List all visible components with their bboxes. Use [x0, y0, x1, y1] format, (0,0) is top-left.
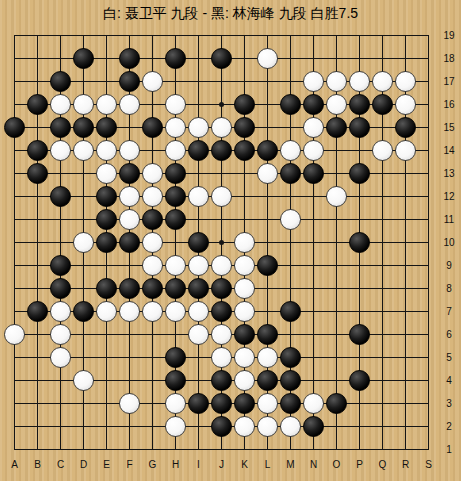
- intersection-O10[interactable]: [325, 231, 348, 254]
- intersection-C13[interactable]: [49, 162, 72, 185]
- intersection-L10[interactable]: [256, 231, 279, 254]
- intersection-O12[interactable]: [325, 185, 348, 208]
- intersection-H3[interactable]: [164, 392, 187, 415]
- intersection-G7[interactable]: [141, 300, 164, 323]
- intersection-D3[interactable]: [72, 392, 95, 415]
- intersection-G16[interactable]: [141, 93, 164, 116]
- intersection-H13[interactable]: [164, 162, 187, 185]
- intersection-I5[interactable]: [187, 346, 210, 369]
- intersection-F2[interactable]: [118, 415, 141, 438]
- intersection-C17[interactable]: [49, 70, 72, 93]
- intersection-Q13[interactable]: [371, 162, 394, 185]
- intersection-E9[interactable]: [95, 254, 118, 277]
- intersection-N6[interactable]: [302, 323, 325, 346]
- intersection-Q18[interactable]: [371, 47, 394, 70]
- intersection-K11[interactable]: [233, 208, 256, 231]
- intersection-P3[interactable]: [348, 392, 371, 415]
- intersection-R14[interactable]: [394, 139, 417, 162]
- intersection-M12[interactable]: [279, 185, 302, 208]
- intersection-P4[interactable]: [348, 369, 371, 392]
- intersection-L4[interactable]: [256, 369, 279, 392]
- intersection-G18[interactable]: [141, 47, 164, 70]
- intersection-N9[interactable]: [302, 254, 325, 277]
- intersection-B8[interactable]: [26, 277, 49, 300]
- intersection-J5[interactable]: [210, 346, 233, 369]
- intersection-G9[interactable]: [141, 254, 164, 277]
- intersection-I3[interactable]: [187, 392, 210, 415]
- intersection-G12[interactable]: [141, 185, 164, 208]
- intersection-J2[interactable]: [210, 415, 233, 438]
- intersection-P12[interactable]: [348, 185, 371, 208]
- intersection-C2[interactable]: [49, 415, 72, 438]
- intersection-L18[interactable]: [256, 47, 279, 70]
- intersection-H9[interactable]: [164, 254, 187, 277]
- intersection-A16[interactable]: [3, 93, 26, 116]
- intersection-R7[interactable]: [394, 300, 417, 323]
- intersection-D2[interactable]: [72, 415, 95, 438]
- intersection-D9[interactable]: [72, 254, 95, 277]
- intersection-R8[interactable]: [394, 277, 417, 300]
- intersection-B11[interactable]: [26, 208, 49, 231]
- intersection-F13[interactable]: [118, 162, 141, 185]
- intersection-D10[interactable]: [72, 231, 95, 254]
- intersection-L8[interactable]: [256, 277, 279, 300]
- intersection-J3[interactable]: [210, 392, 233, 415]
- intersection-F4[interactable]: [118, 369, 141, 392]
- intersection-K6[interactable]: [233, 323, 256, 346]
- intersection-L6[interactable]: [256, 323, 279, 346]
- intersection-I15[interactable]: [187, 116, 210, 139]
- intersection-N12[interactable]: [302, 185, 325, 208]
- intersection-M5[interactable]: [279, 346, 302, 369]
- intersection-H7[interactable]: [164, 300, 187, 323]
- intersection-O15[interactable]: [325, 116, 348, 139]
- intersection-L16[interactable]: [256, 93, 279, 116]
- intersection-R18[interactable]: [394, 47, 417, 70]
- intersection-N15[interactable]: [302, 116, 325, 139]
- intersection-M6[interactable]: [279, 323, 302, 346]
- intersection-F8[interactable]: [118, 277, 141, 300]
- intersection-H11[interactable]: [164, 208, 187, 231]
- intersection-H4[interactable]: [164, 369, 187, 392]
- intersection-E16[interactable]: [95, 93, 118, 116]
- intersection-F11[interactable]: [118, 208, 141, 231]
- intersection-F14[interactable]: [118, 139, 141, 162]
- intersection-Q11[interactable]: [371, 208, 394, 231]
- intersection-A5[interactable]: [3, 346, 26, 369]
- intersection-M19[interactable]: [279, 24, 302, 47]
- intersection-A15[interactable]: [3, 116, 26, 139]
- intersection-E6[interactable]: [95, 323, 118, 346]
- intersection-H8[interactable]: [164, 277, 187, 300]
- intersection-D12[interactable]: [72, 185, 95, 208]
- intersection-B3[interactable]: [26, 392, 49, 415]
- intersection-H19[interactable]: [164, 24, 187, 47]
- intersection-H10[interactable]: [164, 231, 187, 254]
- intersection-E18[interactable]: [95, 47, 118, 70]
- intersection-K3[interactable]: [233, 392, 256, 415]
- intersection-N2[interactable]: [302, 415, 325, 438]
- intersection-P19[interactable]: [348, 24, 371, 47]
- intersection-Q4[interactable]: [371, 369, 394, 392]
- intersection-K8[interactable]: [233, 277, 256, 300]
- intersection-I4[interactable]: [187, 369, 210, 392]
- intersection-Q16[interactable]: [371, 93, 394, 116]
- intersection-O5[interactable]: [325, 346, 348, 369]
- intersection-J11[interactable]: [210, 208, 233, 231]
- intersection-D4[interactable]: [72, 369, 95, 392]
- intersection-I16[interactable]: [187, 93, 210, 116]
- intersection-G14[interactable]: [141, 139, 164, 162]
- intersection-C3[interactable]: [49, 392, 72, 415]
- intersection-M4[interactable]: [279, 369, 302, 392]
- intersection-R16[interactable]: [394, 93, 417, 116]
- intersection-R19[interactable]: [394, 24, 417, 47]
- intersection-R10[interactable]: [394, 231, 417, 254]
- intersection-E2[interactable]: [95, 415, 118, 438]
- intersection-K9[interactable]: [233, 254, 256, 277]
- intersection-A10[interactable]: [3, 231, 26, 254]
- intersection-H14[interactable]: [164, 139, 187, 162]
- intersection-A6[interactable]: [3, 323, 26, 346]
- intersection-I18[interactable]: [187, 47, 210, 70]
- intersection-A2[interactable]: [3, 415, 26, 438]
- intersection-D14[interactable]: [72, 139, 95, 162]
- intersection-G4[interactable]: [141, 369, 164, 392]
- intersection-D8[interactable]: [72, 277, 95, 300]
- intersection-D19[interactable]: [72, 24, 95, 47]
- intersection-I19[interactable]: [187, 24, 210, 47]
- intersection-C8[interactable]: [49, 277, 72, 300]
- intersection-N8[interactable]: [302, 277, 325, 300]
- intersection-O18[interactable]: [325, 47, 348, 70]
- intersection-O8[interactable]: [325, 277, 348, 300]
- intersection-D6[interactable]: [72, 323, 95, 346]
- intersection-D11[interactable]: [72, 208, 95, 231]
- intersection-A11[interactable]: [3, 208, 26, 231]
- intersection-J4[interactable]: [210, 369, 233, 392]
- intersection-I7[interactable]: [187, 300, 210, 323]
- intersection-E12[interactable]: [95, 185, 118, 208]
- intersection-R6[interactable]: [394, 323, 417, 346]
- intersection-Q19[interactable]: [371, 24, 394, 47]
- intersection-Q2[interactable]: [371, 415, 394, 438]
- intersection-D16[interactable]: [72, 93, 95, 116]
- intersection-F6[interactable]: [118, 323, 141, 346]
- intersection-P6[interactable]: [348, 323, 371, 346]
- intersection-M16[interactable]: [279, 93, 302, 116]
- intersection-E14[interactable]: [95, 139, 118, 162]
- intersection-I6[interactable]: [187, 323, 210, 346]
- intersection-E19[interactable]: [95, 24, 118, 47]
- intersection-I12[interactable]: [187, 185, 210, 208]
- intersection-B7[interactable]: [26, 300, 49, 323]
- intersection-G8[interactable]: [141, 277, 164, 300]
- intersection-F12[interactable]: [118, 185, 141, 208]
- intersection-J9[interactable]: [210, 254, 233, 277]
- intersection-A18[interactable]: [3, 47, 26, 70]
- intersection-Q14[interactable]: [371, 139, 394, 162]
- intersection-N13[interactable]: [302, 162, 325, 185]
- intersection-D17[interactable]: [72, 70, 95, 93]
- intersection-B16[interactable]: [26, 93, 49, 116]
- intersection-N18[interactable]: [302, 47, 325, 70]
- intersection-H6[interactable]: [164, 323, 187, 346]
- intersection-H12[interactable]: [164, 185, 187, 208]
- intersection-C9[interactable]: [49, 254, 72, 277]
- intersection-D15[interactable]: [72, 116, 95, 139]
- intersection-C10[interactable]: [49, 231, 72, 254]
- intersection-Q6[interactable]: [371, 323, 394, 346]
- intersection-L3[interactable]: [256, 392, 279, 415]
- intersection-A12[interactable]: [3, 185, 26, 208]
- intersection-E5[interactable]: [95, 346, 118, 369]
- intersection-L17[interactable]: [256, 70, 279, 93]
- intersection-I14[interactable]: [187, 139, 210, 162]
- intersection-E15[interactable]: [95, 116, 118, 139]
- intersection-L11[interactable]: [256, 208, 279, 231]
- intersection-N4[interactable]: [302, 369, 325, 392]
- intersection-C16[interactable]: [49, 93, 72, 116]
- intersection-R12[interactable]: [394, 185, 417, 208]
- intersection-O7[interactable]: [325, 300, 348, 323]
- intersection-E4[interactable]: [95, 369, 118, 392]
- intersection-O14[interactable]: [325, 139, 348, 162]
- intersection-D7[interactable]: [72, 300, 95, 323]
- intersection-J15[interactable]: [210, 116, 233, 139]
- intersection-O4[interactable]: [325, 369, 348, 392]
- intersection-K15[interactable]: [233, 116, 256, 139]
- intersection-R2[interactable]: [394, 415, 417, 438]
- intersection-K18[interactable]: [233, 47, 256, 70]
- intersection-F16[interactable]: [118, 93, 141, 116]
- intersection-M9[interactable]: [279, 254, 302, 277]
- intersection-B10[interactable]: [26, 231, 49, 254]
- intersection-J16[interactable]: [210, 93, 233, 116]
- intersection-L2[interactable]: [256, 415, 279, 438]
- intersection-B4[interactable]: [26, 369, 49, 392]
- intersection-R13[interactable]: [394, 162, 417, 185]
- intersection-O3[interactable]: [325, 392, 348, 415]
- intersection-J10[interactable]: [210, 231, 233, 254]
- intersection-B13[interactable]: [26, 162, 49, 185]
- intersection-H18[interactable]: [164, 47, 187, 70]
- intersection-F17[interactable]: [118, 70, 141, 93]
- intersection-N7[interactable]: [302, 300, 325, 323]
- intersection-N19[interactable]: [302, 24, 325, 47]
- intersection-B18[interactable]: [26, 47, 49, 70]
- intersection-R4[interactable]: [394, 369, 417, 392]
- intersection-B17[interactable]: [26, 70, 49, 93]
- intersection-K13[interactable]: [233, 162, 256, 185]
- intersection-K16[interactable]: [233, 93, 256, 116]
- intersection-P17[interactable]: [348, 70, 371, 93]
- intersection-C6[interactable]: [49, 323, 72, 346]
- intersection-F10[interactable]: [118, 231, 141, 254]
- intersection-P7[interactable]: [348, 300, 371, 323]
- intersection-N16[interactable]: [302, 93, 325, 116]
- intersection-R5[interactable]: [394, 346, 417, 369]
- intersection-M15[interactable]: [279, 116, 302, 139]
- intersection-I17[interactable]: [187, 70, 210, 93]
- intersection-B6[interactable]: [26, 323, 49, 346]
- intersection-A19[interactable]: [3, 24, 26, 47]
- intersection-P9[interactable]: [348, 254, 371, 277]
- intersection-L19[interactable]: [256, 24, 279, 47]
- intersection-G5[interactable]: [141, 346, 164, 369]
- intersection-F3[interactable]: [118, 392, 141, 415]
- intersection-G10[interactable]: [141, 231, 164, 254]
- intersection-P10[interactable]: [348, 231, 371, 254]
- intersection-K4[interactable]: [233, 369, 256, 392]
- intersection-C5[interactable]: [49, 346, 72, 369]
- intersection-I10[interactable]: [187, 231, 210, 254]
- intersection-C12[interactable]: [49, 185, 72, 208]
- intersection-I13[interactable]: [187, 162, 210, 185]
- intersection-Q15[interactable]: [371, 116, 394, 139]
- intersection-L12[interactable]: [256, 185, 279, 208]
- intersection-L7[interactable]: [256, 300, 279, 323]
- intersection-L5[interactable]: [256, 346, 279, 369]
- intersection-C18[interactable]: [49, 47, 72, 70]
- intersection-K17[interactable]: [233, 70, 256, 93]
- intersection-R15[interactable]: [394, 116, 417, 139]
- intersection-N3[interactable]: [302, 392, 325, 415]
- intersection-Q7[interactable]: [371, 300, 394, 323]
- intersection-A7[interactable]: [3, 300, 26, 323]
- intersection-E3[interactable]: [95, 392, 118, 415]
- intersection-J6[interactable]: [210, 323, 233, 346]
- intersection-P5[interactable]: [348, 346, 371, 369]
- intersection-J19[interactable]: [210, 24, 233, 47]
- intersection-G15[interactable]: [141, 116, 164, 139]
- intersection-M7[interactable]: [279, 300, 302, 323]
- intersection-R3[interactable]: [394, 392, 417, 415]
- intersection-E10[interactable]: [95, 231, 118, 254]
- intersection-L13[interactable]: [256, 162, 279, 185]
- intersection-F19[interactable]: [118, 24, 141, 47]
- intersection-P14[interactable]: [348, 139, 371, 162]
- intersection-O16[interactable]: [325, 93, 348, 116]
- intersection-F7[interactable]: [118, 300, 141, 323]
- intersection-K19[interactable]: [233, 24, 256, 47]
- intersection-M18[interactable]: [279, 47, 302, 70]
- intersection-E7[interactable]: [95, 300, 118, 323]
- intersection-Q10[interactable]: [371, 231, 394, 254]
- intersection-Q9[interactable]: [371, 254, 394, 277]
- intersection-C7[interactable]: [49, 300, 72, 323]
- intersection-J13[interactable]: [210, 162, 233, 185]
- intersection-L15[interactable]: [256, 116, 279, 139]
- intersection-K5[interactable]: [233, 346, 256, 369]
- intersection-E17[interactable]: [95, 70, 118, 93]
- intersection-O2[interactable]: [325, 415, 348, 438]
- intersection-C15[interactable]: [49, 116, 72, 139]
- intersection-J7[interactable]: [210, 300, 233, 323]
- intersection-N17[interactable]: [302, 70, 325, 93]
- intersection-P8[interactable]: [348, 277, 371, 300]
- intersection-B15[interactable]: [26, 116, 49, 139]
- intersection-C11[interactable]: [49, 208, 72, 231]
- intersection-N14[interactable]: [302, 139, 325, 162]
- intersection-B14[interactable]: [26, 139, 49, 162]
- intersection-K2[interactable]: [233, 415, 256, 438]
- intersection-K12[interactable]: [233, 185, 256, 208]
- intersection-N10[interactable]: [302, 231, 325, 254]
- intersection-C4[interactable]: [49, 369, 72, 392]
- intersection-I8[interactable]: [187, 277, 210, 300]
- intersection-L9[interactable]: [256, 254, 279, 277]
- intersection-D5[interactable]: [72, 346, 95, 369]
- intersection-H16[interactable]: [164, 93, 187, 116]
- intersection-A13[interactable]: [3, 162, 26, 185]
- intersection-Q5[interactable]: [371, 346, 394, 369]
- intersection-O6[interactable]: [325, 323, 348, 346]
- intersection-M8[interactable]: [279, 277, 302, 300]
- intersection-G11[interactable]: [141, 208, 164, 231]
- intersection-G19[interactable]: [141, 24, 164, 47]
- intersection-Q3[interactable]: [371, 392, 394, 415]
- intersection-P11[interactable]: [348, 208, 371, 231]
- intersection-E8[interactable]: [95, 277, 118, 300]
- intersection-B12[interactable]: [26, 185, 49, 208]
- intersection-P16[interactable]: [348, 93, 371, 116]
- intersection-M10[interactable]: [279, 231, 302, 254]
- intersection-M17[interactable]: [279, 70, 302, 93]
- intersection-I9[interactable]: [187, 254, 210, 277]
- intersection-P2[interactable]: [348, 415, 371, 438]
- intersection-O13[interactable]: [325, 162, 348, 185]
- intersection-E11[interactable]: [95, 208, 118, 231]
- intersection-A9[interactable]: [3, 254, 26, 277]
- intersection-H17[interactable]: [164, 70, 187, 93]
- intersection-A4[interactable]: [3, 369, 26, 392]
- intersection-R17[interactable]: [394, 70, 417, 93]
- intersection-Q12[interactable]: [371, 185, 394, 208]
- intersection-O19[interactable]: [325, 24, 348, 47]
- intersection-Q17[interactable]: [371, 70, 394, 93]
- intersection-B19[interactable]: [26, 24, 49, 47]
- intersection-P18[interactable]: [348, 47, 371, 70]
- intersection-G13[interactable]: [141, 162, 164, 185]
- intersection-H15[interactable]: [164, 116, 187, 139]
- intersection-C14[interactable]: [49, 139, 72, 162]
- intersection-N11[interactable]: [302, 208, 325, 231]
- intersection-J17[interactable]: [210, 70, 233, 93]
- intersection-B2[interactable]: [26, 415, 49, 438]
- intersection-P13[interactable]: [348, 162, 371, 185]
- intersection-P15[interactable]: [348, 116, 371, 139]
- intersection-M13[interactable]: [279, 162, 302, 185]
- intersection-H5[interactable]: [164, 346, 187, 369]
- intersection-D18[interactable]: [72, 47, 95, 70]
- intersection-R11[interactable]: [394, 208, 417, 231]
- intersection-M3[interactable]: [279, 392, 302, 415]
- intersection-G17[interactable]: [141, 70, 164, 93]
- intersection-G6[interactable]: [141, 323, 164, 346]
- intersection-O11[interactable]: [325, 208, 348, 231]
- intersection-J14[interactable]: [210, 139, 233, 162]
- intersection-F15[interactable]: [118, 116, 141, 139]
- intersection-M11[interactable]: [279, 208, 302, 231]
- intersection-J18[interactable]: [210, 47, 233, 70]
- intersection-A17[interactable]: [3, 70, 26, 93]
- intersection-I2[interactable]: [187, 415, 210, 438]
- intersection-H2[interactable]: [164, 415, 187, 438]
- intersection-A14[interactable]: [3, 139, 26, 162]
- intersection-F18[interactable]: [118, 47, 141, 70]
- intersection-N5[interactable]: [302, 346, 325, 369]
